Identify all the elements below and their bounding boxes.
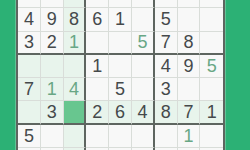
cell-r1c3[interactable] <box>64 0 87 8</box>
cell-r3c7[interactable]: 7 <box>155 32 178 55</box>
given-digit: 1 <box>115 10 125 28</box>
cell-r8c9[interactable] <box>200 148 223 150</box>
cell-r2c3[interactable]: 8 <box>64 8 87 31</box>
cell-r4c9[interactable]: 5 <box>200 55 223 78</box>
cell-r1c8[interactable] <box>178 0 201 8</box>
cell-r7c1[interactable]: 5 <box>18 125 41 148</box>
cell-r7c6[interactable] <box>132 125 155 148</box>
given-digit: 4 <box>161 57 171 75</box>
cell-r8c2[interactable] <box>41 148 64 150</box>
cell-r5c7[interactable]: 3 <box>155 78 178 101</box>
given-digit: 2 <box>47 33 57 51</box>
given-digit: 5 <box>24 127 34 145</box>
cell-r6c7[interactable]: 8 <box>155 101 178 124</box>
given-digit: 9 <box>47 10 57 28</box>
given-digit: 7 <box>161 33 171 51</box>
cell-r6c8[interactable]: 7 <box>178 101 201 124</box>
cell-r1c4[interactable] <box>86 0 109 8</box>
cell-r3c4[interactable] <box>86 32 109 55</box>
cell-r3c5[interactable] <box>109 32 132 55</box>
cell-r1c5[interactable] <box>109 0 132 8</box>
cell-r4c8[interactable]: 9 <box>178 55 201 78</box>
cell-r5c3[interactable]: 4 <box>64 78 87 101</box>
cell-r5c6[interactable] <box>132 78 155 101</box>
cell-r2c8[interactable] <box>178 8 201 31</box>
cell-r7c9[interactable] <box>200 125 223 148</box>
given-digit: 1 <box>207 103 217 121</box>
given-digit: 5 <box>161 10 171 28</box>
entered-digit: 5 <box>137 33 147 51</box>
cell-r4c3[interactable] <box>64 55 87 78</box>
cell-r4c7[interactable]: 4 <box>155 55 178 78</box>
cell-r4c6[interactable] <box>132 55 155 78</box>
cell-r7c8[interactable]: 1 <box>178 125 201 148</box>
cell-r1c2[interactable] <box>41 0 64 8</box>
cell-r8c6[interactable] <box>132 148 155 150</box>
given-digit: 7 <box>183 103 193 121</box>
cell-r6c3[interactable] <box>64 101 87 124</box>
given-digit: 5 <box>115 80 125 98</box>
entered-digit: 1 <box>69 33 79 51</box>
cell-r4c2[interactable] <box>41 55 64 78</box>
cell-r8c4[interactable] <box>86 148 109 150</box>
cell-r5c5[interactable]: 5 <box>109 78 132 101</box>
given-digit: 7 <box>24 80 34 98</box>
cell-r4c4[interactable]: 1 <box>86 55 109 78</box>
cell-r6c4[interactable]: 2 <box>86 101 109 124</box>
given-digit: 3 <box>47 103 57 121</box>
cell-r7c7[interactable] <box>155 125 178 148</box>
entered-digit: 5 <box>207 57 217 75</box>
cell-r4c1[interactable] <box>18 55 41 78</box>
cell-r3c8[interactable]: 8 <box>178 32 201 55</box>
given-digit: 3 <box>24 33 34 51</box>
cell-r8c1[interactable] <box>18 148 41 150</box>
given-digit: 3 <box>161 80 171 98</box>
cell-r8c8[interactable] <box>178 148 201 150</box>
cell-r6c2[interactable]: 3 <box>41 101 64 124</box>
cell-r6c5[interactable]: 6 <box>109 101 132 124</box>
cell-r8c7[interactable] <box>155 148 178 150</box>
given-digit: 8 <box>69 10 79 28</box>
cell-r3c3[interactable]: 1 <box>64 32 87 55</box>
cell-r5c2[interactable]: 1 <box>41 78 64 101</box>
cell-r2c6[interactable] <box>132 8 155 31</box>
cell-r1c6[interactable] <box>132 0 155 8</box>
given-digit: 6 <box>92 10 102 28</box>
cell-r6c9[interactable]: 1 <box>200 101 223 124</box>
cell-r8c3[interactable] <box>64 148 87 150</box>
given-digit: 2 <box>92 103 102 121</box>
given-digit: 6 <box>115 103 125 121</box>
cell-r6c6[interactable]: 4 <box>132 101 155 124</box>
cell-r3c6[interactable]: 5 <box>132 32 155 55</box>
cell-r5c8[interactable] <box>178 78 201 101</box>
given-digit: 4 <box>137 103 147 121</box>
cell-r3c9[interactable] <box>200 32 223 55</box>
cell-r7c2[interactable] <box>41 125 64 148</box>
cell-r7c3[interactable] <box>64 125 87 148</box>
cell-r3c1[interactable]: 3 <box>18 32 41 55</box>
cell-r1c9[interactable] <box>200 0 223 8</box>
cell-r2c2[interactable]: 9 <box>41 8 64 31</box>
cell-r2c4[interactable]: 6 <box>86 8 109 31</box>
cell-r7c4[interactable] <box>86 125 109 148</box>
entered-digit: 1 <box>183 127 193 145</box>
cell-r6c1[interactable] <box>18 101 41 124</box>
cell-r2c9[interactable] <box>200 8 223 31</box>
given-digit: 9 <box>183 57 193 75</box>
cell-r5c9[interactable] <box>200 78 223 101</box>
cell-r8c5[interactable] <box>109 148 132 150</box>
entered-digit: 4 <box>69 80 79 98</box>
cell-r5c4[interactable] <box>86 78 109 101</box>
cell-r1c1[interactable] <box>18 0 41 8</box>
cell-r3c2[interactable]: 2 <box>41 32 64 55</box>
given-digit: 4 <box>24 10 34 28</box>
cell-r7c5[interactable] <box>109 125 132 148</box>
given-digit: 8 <box>161 103 171 121</box>
entered-digit: 1 <box>47 80 57 98</box>
cell-r2c1[interactable]: 4 <box>18 8 41 31</box>
given-digit: 1 <box>92 57 102 75</box>
sudoku-board: 498615321578149571453326487151 <box>16 0 225 150</box>
cell-r1c7[interactable] <box>155 0 178 8</box>
cell-r2c5[interactable]: 1 <box>109 8 132 31</box>
cell-r4c5[interactable] <box>109 55 132 78</box>
given-digit: 8 <box>183 33 193 51</box>
cell-r5c1[interactable]: 7 <box>18 78 41 101</box>
cell-r2c7[interactable]: 5 <box>155 8 178 31</box>
